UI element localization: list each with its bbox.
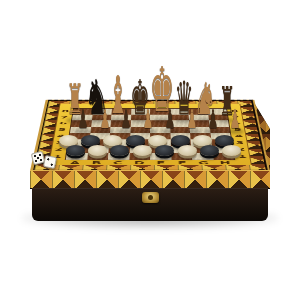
square-e3 bbox=[150, 139, 171, 146]
rank-labels-left-3: 3 bbox=[56, 141, 65, 145]
rank-labels-left-6: 6 bbox=[59, 121, 67, 125]
file-label-a: A bbox=[64, 160, 86, 165]
lid-front-mosaic-band bbox=[30, 170, 270, 189]
rank-labels-right-6: 6 bbox=[233, 121, 241, 125]
square-g3 bbox=[191, 139, 212, 146]
rank-labels-left-8: 8 bbox=[61, 109, 69, 113]
rank-labels-left-2: 2 bbox=[54, 147, 63, 151]
clasp-keyhole bbox=[148, 195, 153, 200]
file-labels: ABCDEFGH bbox=[64, 160, 236, 165]
clasp-icon bbox=[142, 192, 159, 203]
file-label-d: D bbox=[128, 160, 150, 165]
rank-labels-right-5: 5 bbox=[234, 128, 242, 132]
square-f3 bbox=[170, 139, 191, 146]
square-f1 bbox=[171, 153, 192, 160]
rank-labels-left-7: 7 bbox=[60, 115, 68, 119]
file-label-f: F bbox=[171, 160, 193, 165]
file-label-h: H bbox=[214, 160, 236, 165]
rank-labels-right-1: 1 bbox=[238, 154, 247, 159]
board-top-face: ABCDEFGH 87654321 87654321 bbox=[30, 100, 270, 171]
rank-labels-left-5: 5 bbox=[58, 128, 66, 132]
square-a1 bbox=[66, 153, 88, 160]
rank-labels-right-3: 3 bbox=[236, 141, 245, 145]
square-c2 bbox=[108, 146, 129, 153]
square-a3 bbox=[68, 139, 89, 146]
square-e1 bbox=[150, 153, 171, 160]
square-b1 bbox=[87, 153, 109, 160]
file-label-c: C bbox=[107, 160, 129, 165]
square-d1 bbox=[129, 153, 150, 160]
square-d2 bbox=[129, 146, 150, 153]
square-g1 bbox=[192, 153, 214, 160]
square-c3 bbox=[109, 139, 130, 146]
file-label-e: E bbox=[150, 160, 172, 165]
square-f2 bbox=[171, 146, 192, 153]
rank-labels-left-4: 4 bbox=[57, 134, 66, 138]
square-g2 bbox=[191, 146, 212, 153]
square-b2 bbox=[88, 146, 109, 153]
square-d3 bbox=[129, 139, 150, 146]
rank-labels-left-1: 1 bbox=[53, 154, 62, 159]
file-label-b: B bbox=[85, 160, 107, 165]
square-h1 bbox=[212, 153, 234, 160]
file-label-g: G bbox=[193, 160, 215, 165]
square-c1 bbox=[108, 153, 129, 160]
rank-labels-right-8: 8 bbox=[231, 109, 239, 113]
square-h2 bbox=[212, 146, 234, 153]
chess-grid bbox=[65, 108, 235, 160]
rank-labels-right-2: 2 bbox=[237, 147, 246, 151]
square-b3 bbox=[88, 139, 109, 146]
product-photo-chess-box: ABCDEFGH 87654321 87654321 ♜♞♝♚♚♛♞♜♟♟♟♟♟… bbox=[0, 0, 300, 300]
square-e2 bbox=[150, 146, 171, 153]
rank-labels-right-7: 7 bbox=[232, 115, 240, 119]
square-h3 bbox=[211, 139, 232, 146]
square-a2 bbox=[67, 146, 89, 153]
rank-labels-right-4: 4 bbox=[235, 134, 244, 138]
